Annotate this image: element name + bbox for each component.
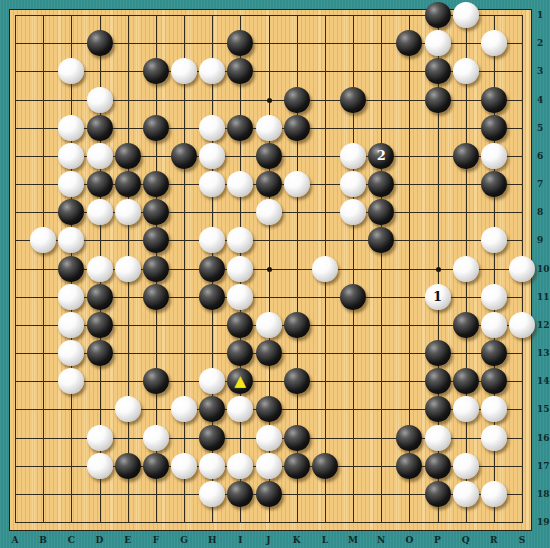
stone-white-R12[interactable] — [481, 312, 507, 338]
stone-black-O16[interactable] — [396, 425, 422, 451]
stone-white-C6[interactable] — [58, 143, 84, 169]
column-label-M: M — [348, 535, 358, 545]
stone-white-Q17[interactable] — [453, 453, 479, 479]
stone-white-G3[interactable] — [171, 58, 197, 84]
stone-white-R15[interactable] — [481, 396, 507, 422]
stone-white-R9[interactable] — [481, 227, 507, 253]
stone-black-P4[interactable] — [425, 87, 451, 113]
stone-white-C13[interactable] — [58, 340, 84, 366]
stone-black-I3[interactable] — [227, 58, 253, 84]
grid-line-vertical — [381, 15, 382, 523]
stone-white-F16[interactable] — [143, 425, 169, 451]
row-label-18: 18 — [537, 489, 550, 499]
stone-white-P16[interactable] — [425, 425, 451, 451]
stone-white-G17[interactable] — [171, 453, 197, 479]
stone-black-J15[interactable] — [256, 396, 282, 422]
stone-black-R13[interactable] — [481, 340, 507, 366]
stone-black-N7[interactable] — [368, 171, 394, 197]
stone-white-M6[interactable] — [340, 143, 366, 169]
stone-black-N8[interactable] — [368, 199, 394, 225]
row-label-2: 2 — [537, 38, 543, 48]
triangle-marker-icon: ▲ — [235, 374, 247, 389]
column-label-L: L — [322, 535, 328, 545]
stone-white-C9[interactable] — [58, 227, 84, 253]
stone-black-I14[interactable]: ▲ — [227, 368, 253, 394]
stone-black-I18[interactable] — [227, 481, 253, 507]
stone-white-E10[interactable] — [115, 256, 141, 282]
stone-white-I11[interactable] — [227, 284, 253, 310]
stone-black-O2[interactable] — [396, 30, 422, 56]
stone-black-R4[interactable] — [481, 87, 507, 113]
stone-black-K17[interactable] — [284, 453, 310, 479]
stone-black-C10[interactable] — [58, 256, 84, 282]
stone-white-I17[interactable] — [227, 453, 253, 479]
stone-black-N6[interactable]: 2 — [368, 143, 394, 169]
stone-black-P13[interactable] — [425, 340, 451, 366]
stone-black-H15[interactable] — [199, 396, 225, 422]
stone-white-E15[interactable] — [115, 396, 141, 422]
stone-black-H11[interactable] — [199, 284, 225, 310]
stone-black-O17[interactable] — [396, 453, 422, 479]
column-label-S: S — [519, 535, 526, 545]
column-label-H: H — [208, 535, 217, 545]
row-label-11: 11 — [537, 292, 550, 302]
stone-white-I10[interactable] — [227, 256, 253, 282]
stone-black-P18[interactable] — [425, 481, 451, 507]
stone-white-D8[interactable] — [87, 199, 113, 225]
stone-white-R16[interactable] — [481, 425, 507, 451]
stone-white-C14[interactable] — [58, 368, 84, 394]
stone-black-D7[interactable] — [87, 171, 113, 197]
stone-white-J8[interactable] — [256, 199, 282, 225]
stone-black-R5[interactable] — [481, 115, 507, 141]
stone-white-R6[interactable] — [481, 143, 507, 169]
row-label-5: 5 — [537, 123, 543, 133]
stone-black-K14[interactable] — [284, 368, 310, 394]
stone-white-H3[interactable] — [199, 58, 225, 84]
stone-white-H7[interactable] — [199, 171, 225, 197]
stone-black-H16[interactable] — [199, 425, 225, 451]
stone-black-D12[interactable] — [87, 312, 113, 338]
stone-white-C3[interactable] — [58, 58, 84, 84]
stone-white-C12[interactable] — [58, 312, 84, 338]
stone-black-F9[interactable] — [143, 227, 169, 253]
stone-black-P17[interactable] — [425, 453, 451, 479]
stone-black-M4[interactable] — [340, 87, 366, 113]
stone-black-G6[interactable] — [171, 143, 197, 169]
column-label-G: G — [180, 535, 188, 545]
row-label-12: 12 — [537, 320, 550, 330]
stone-black-L17[interactable] — [312, 453, 338, 479]
star-point — [267, 267, 272, 272]
stone-white-M8[interactable] — [340, 199, 366, 225]
stone-white-D6[interactable] — [87, 143, 113, 169]
stone-white-Q18[interactable] — [453, 481, 479, 507]
stone-black-D2[interactable] — [87, 30, 113, 56]
stone-white-H17[interactable] — [199, 453, 225, 479]
stone-black-K4[interactable] — [284, 87, 310, 113]
row-label-16: 16 — [537, 433, 550, 443]
stone-white-S12[interactable] — [509, 312, 535, 338]
stone-black-N9[interactable] — [368, 227, 394, 253]
stone-black-C8[interactable] — [58, 199, 84, 225]
stone-black-D5[interactable] — [87, 115, 113, 141]
column-label-P: P — [434, 535, 441, 545]
row-label-4: 4 — [537, 95, 543, 105]
stone-white-C7[interactable] — [58, 171, 84, 197]
stone-black-F3[interactable] — [143, 58, 169, 84]
stone-black-K12[interactable] — [284, 312, 310, 338]
stone-black-P1[interactable] — [425, 2, 451, 28]
stone-black-P3[interactable] — [425, 58, 451, 84]
stone-white-H9[interactable] — [199, 227, 225, 253]
row-label-10: 10 — [537, 264, 550, 274]
stone-white-Q10[interactable] — [453, 256, 479, 282]
stone-black-D13[interactable] — [87, 340, 113, 366]
stone-white-J12[interactable] — [256, 312, 282, 338]
stone-black-M11[interactable] — [340, 284, 366, 310]
stone-black-Q12[interactable] — [453, 312, 479, 338]
stone-white-J16[interactable] — [256, 425, 282, 451]
stone-white-L10[interactable] — [312, 256, 338, 282]
stone-white-H14[interactable] — [199, 368, 225, 394]
row-label-13: 13 — [537, 348, 550, 358]
stone-black-H10[interactable] — [199, 256, 225, 282]
stone-black-R7[interactable] — [481, 171, 507, 197]
row-label-14: 14 — [537, 376, 550, 386]
column-label-B: B — [39, 535, 47, 545]
column-label-O: O — [405, 535, 413, 545]
column-label-I: I — [238, 535, 242, 545]
move-number-label: 2 — [377, 148, 386, 163]
stone-black-P15[interactable] — [425, 396, 451, 422]
stone-black-E17[interactable] — [115, 453, 141, 479]
stone-black-J18[interactable] — [256, 481, 282, 507]
stone-black-R14[interactable] — [481, 368, 507, 394]
move-number-label: 1 — [433, 289, 442, 304]
stone-white-Q3[interactable] — [453, 58, 479, 84]
stone-black-F7[interactable] — [143, 171, 169, 197]
stone-white-C5[interactable] — [58, 115, 84, 141]
stone-black-J13[interactable] — [256, 340, 282, 366]
stone-white-E8[interactable] — [115, 199, 141, 225]
column-label-R: R — [490, 535, 497, 545]
stone-white-J5[interactable] — [256, 115, 282, 141]
stone-white-M7[interactable] — [340, 171, 366, 197]
stone-black-I2[interactable] — [227, 30, 253, 56]
stone-black-F11[interactable] — [143, 284, 169, 310]
column-label-J: J — [266, 535, 270, 545]
stone-white-C11[interactable] — [58, 284, 84, 310]
column-label-N: N — [377, 535, 385, 545]
stone-white-R18[interactable] — [481, 481, 507, 507]
row-label-17: 17 — [537, 461, 550, 471]
go-board-app: 21▲ ABCDEFGHIJKLMNOPQRS 1234567891011121… — [0, 0, 550, 548]
stone-black-J7[interactable] — [256, 171, 282, 197]
stone-white-R2[interactable] — [481, 30, 507, 56]
stone-white-Q15[interactable] — [453, 396, 479, 422]
stone-white-R11[interactable] — [481, 284, 507, 310]
stone-black-F10[interactable] — [143, 256, 169, 282]
row-label-1: 1 — [537, 10, 543, 20]
column-label-D: D — [96, 535, 104, 545]
stone-white-I9[interactable] — [227, 227, 253, 253]
grid-line-horizontal — [15, 522, 523, 523]
stone-white-Q1[interactable] — [453, 2, 479, 28]
row-label-8: 8 — [537, 207, 543, 217]
stone-white-D17[interactable] — [87, 453, 113, 479]
column-label-A: A — [12, 535, 19, 545]
stone-white-H5[interactable] — [199, 115, 225, 141]
row-label-9: 9 — [537, 235, 543, 245]
stone-white-K7[interactable] — [284, 171, 310, 197]
row-label-15: 15 — [537, 404, 550, 414]
stone-black-I5[interactable] — [227, 115, 253, 141]
stone-white-D10[interactable] — [87, 256, 113, 282]
stone-black-D11[interactable] — [87, 284, 113, 310]
row-label-19: 19 — [537, 517, 550, 527]
stone-black-F17[interactable] — [143, 453, 169, 479]
stone-black-I13[interactable] — [227, 340, 253, 366]
stone-black-Q6[interactable] — [453, 143, 479, 169]
stone-black-F8[interactable] — [143, 199, 169, 225]
go-board[interactable]: 21▲ — [9, 9, 532, 531]
stone-white-I7[interactable] — [227, 171, 253, 197]
row-label-3: 3 — [537, 66, 543, 76]
stone-black-Q14[interactable] — [453, 368, 479, 394]
stone-black-K5[interactable] — [284, 115, 310, 141]
stone-white-J17[interactable] — [256, 453, 282, 479]
stone-white-P11[interactable]: 1 — [425, 284, 451, 310]
column-label-F: F — [153, 535, 159, 545]
column-label-E: E — [124, 535, 131, 545]
column-label-C: C — [68, 535, 75, 545]
stone-black-F5[interactable] — [143, 115, 169, 141]
column-label-Q: Q — [462, 535, 470, 545]
stone-white-S10[interactable] — [509, 256, 535, 282]
star-point — [436, 267, 441, 272]
stone-black-E7[interactable] — [115, 171, 141, 197]
stone-white-I15[interactable] — [227, 396, 253, 422]
star-point — [267, 98, 272, 103]
stone-black-I12[interactable] — [227, 312, 253, 338]
stone-white-H6[interactable] — [199, 143, 225, 169]
stone-white-D4[interactable] — [87, 87, 113, 113]
stone-black-K16[interactable] — [284, 425, 310, 451]
stone-white-G15[interactable] — [171, 396, 197, 422]
stone-black-J6[interactable] — [256, 143, 282, 169]
stone-black-P14[interactable] — [425, 368, 451, 394]
stone-white-P2[interactable] — [425, 30, 451, 56]
column-label-K: K — [293, 535, 301, 545]
stone-white-B9[interactable] — [30, 227, 56, 253]
stone-white-H18[interactable] — [199, 481, 225, 507]
stone-black-F14[interactable] — [143, 368, 169, 394]
row-label-6: 6 — [537, 151, 543, 161]
stone-black-E6[interactable] — [115, 143, 141, 169]
stone-white-D16[interactable] — [87, 425, 113, 451]
row-label-7: 7 — [537, 179, 543, 189]
